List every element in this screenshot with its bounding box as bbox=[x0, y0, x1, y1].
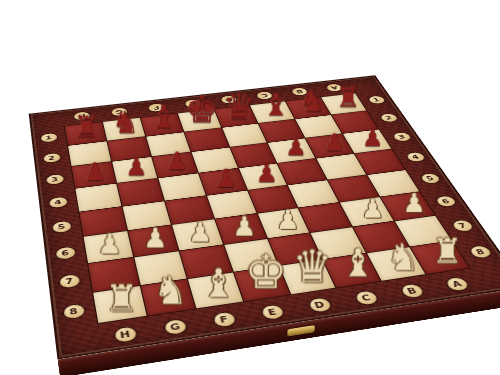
light-rook-h8[interactable]: ♜ bbox=[106, 281, 139, 318]
file-label-f: F bbox=[212, 311, 236, 327]
chess-board-3d-wrap: HGFEDCBA HGFEDCBA 12345678 12345678 ♜♞♝♚… bbox=[29, 75, 500, 359]
light-pawn-g6[interactable]: ♟ bbox=[144, 225, 168, 252]
file-label-g: G bbox=[163, 319, 186, 335]
rank-label-7: 7 bbox=[450, 219, 474, 232]
square-g3[interactable]: ♟ bbox=[112, 157, 157, 183]
light-pawn-e6[interactable]: ♟ bbox=[232, 213, 256, 240]
file-label-d: D bbox=[307, 297, 332, 312]
rank-label-2: 2 bbox=[43, 153, 61, 163]
red-king-e1[interactable]: ♚ bbox=[185, 91, 219, 128]
square-h6[interactable]: ♟ bbox=[84, 231, 133, 263]
rank-label-3: 3 bbox=[46, 174, 64, 185]
file-label-a: A bbox=[444, 277, 469, 292]
rank-label-1: 1 bbox=[367, 95, 386, 104]
square-h4[interactable] bbox=[75, 183, 121, 211]
rank-label-6: 6 bbox=[55, 246, 75, 260]
file-label-b: B bbox=[399, 283, 424, 298]
red-pawn-d4[interactable]: ♟ bbox=[255, 161, 277, 186]
red-queen-d1[interactable]: ♛ bbox=[223, 88, 255, 123]
product-photo-stage: HGFEDCBA HGFEDCBA 12345678 12345678 ♜♞♝♚… bbox=[0, 0, 500, 375]
square-f8[interactable]: ♝ bbox=[188, 273, 243, 309]
light-pawn-h6[interactable]: ♟ bbox=[98, 231, 123, 258]
rank-label-1: 1 bbox=[40, 133, 57, 143]
red-pawn-e4[interactable]: ♟ bbox=[215, 166, 237, 191]
light-bishop-f8[interactable]: ♝ bbox=[201, 263, 236, 302]
light-pawn-d6[interactable]: ♟ bbox=[276, 207, 300, 234]
light-knight-g8[interactable]: ♞ bbox=[154, 271, 189, 310]
light-queen-d8[interactable]: ♛ bbox=[292, 244, 332, 288]
light-knight-b8[interactable]: ♞ bbox=[386, 238, 419, 275]
square-g8[interactable]: ♞ bbox=[141, 279, 195, 315]
light-rook-a8[interactable]: ♜ bbox=[431, 234, 462, 268]
rank-label-4: 4 bbox=[405, 152, 426, 162]
light-bishop-c8[interactable]: ♝ bbox=[341, 244, 375, 282]
rank-label-8: 8 bbox=[468, 245, 493, 258]
red-pawn-f3[interactable]: ♟ bbox=[166, 149, 188, 173]
red-pawn-b3[interactable]: ♟ bbox=[323, 130, 344, 154]
file-label-e: E bbox=[260, 304, 284, 320]
square-h8[interactable]: ♜ bbox=[93, 286, 146, 323]
red-pawn-a3[interactable]: ♟ bbox=[361, 126, 382, 150]
file-label-c: C bbox=[354, 290, 379, 305]
square-d4[interactable]: ♟ bbox=[238, 163, 286, 189]
light-pawn-a6[interactable]: ♟ bbox=[402, 190, 425, 216]
brass-clasp bbox=[287, 325, 315, 336]
light-pawn-b6[interactable]: ♟ bbox=[361, 196, 384, 222]
square-h1[interactable]: ♜ bbox=[65, 122, 107, 145]
red-pawn-c3[interactable]: ♟ bbox=[285, 135, 306, 159]
file-label-h: H bbox=[113, 326, 136, 343]
rank-label-2: 2 bbox=[379, 113, 399, 122]
square-e6[interactable]: ♟ bbox=[215, 214, 267, 245]
rank-label-7: 7 bbox=[59, 274, 80, 289]
red-pawn-h3[interactable]: ♟ bbox=[84, 159, 106, 184]
square-g4[interactable] bbox=[117, 178, 164, 206]
light-king-e8[interactable]: ♚ bbox=[245, 249, 287, 296]
rank-label-5: 5 bbox=[52, 220, 71, 233]
rank-label-3: 3 bbox=[391, 132, 411, 142]
light-pawn-f6[interactable]: ♟ bbox=[188, 219, 212, 246]
red-pawn-g3[interactable]: ♟ bbox=[126, 154, 148, 179]
chess-board-frame: HGFEDCBA HGFEDCBA 12345678 12345678 ♜♞♝♚… bbox=[29, 75, 500, 359]
square-e8[interactable]: ♚ bbox=[234, 266, 290, 301]
rank-label-4: 4 bbox=[48, 196, 67, 208]
rank-label-6: 6 bbox=[434, 195, 457, 207]
rank-label-5: 5 bbox=[419, 173, 441, 184]
rank-label-8: 8 bbox=[63, 303, 85, 319]
square-b8[interactable]: ♞ bbox=[367, 247, 425, 280]
square-c4[interactable] bbox=[278, 158, 327, 184]
